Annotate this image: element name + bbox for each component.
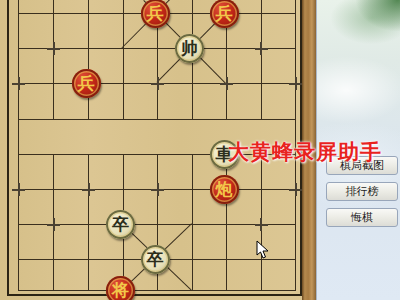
point-marker xyxy=(12,77,25,90)
piece-red-cannon[interactable]: 炮 xyxy=(210,175,239,204)
mouse-cursor-icon xyxy=(256,240,269,263)
piece-black-soldier[interactable]: 卒 xyxy=(106,210,135,239)
grid-line xyxy=(7,294,301,296)
grid-line xyxy=(18,154,19,291)
grid-line xyxy=(18,119,296,120)
grid-line xyxy=(88,154,89,291)
piece-red-soldier[interactable]: 兵 xyxy=(141,0,170,28)
grid-line xyxy=(295,154,296,291)
point-marker xyxy=(151,77,164,90)
point-marker xyxy=(47,42,60,55)
grid-line xyxy=(18,0,19,119)
grid-line xyxy=(123,0,124,119)
ranking-button[interactable]: 排行榜 xyxy=(326,182,398,201)
grid-line xyxy=(7,0,9,296)
point-marker xyxy=(12,183,25,196)
grid-line xyxy=(18,118,19,155)
piece-red-soldier[interactable]: 兵 xyxy=(210,0,239,28)
grid-line xyxy=(53,0,54,119)
undo-move-button[interactable]: 悔棋 xyxy=(326,208,398,227)
point-marker xyxy=(255,218,268,231)
point-marker xyxy=(220,77,233,90)
point-marker xyxy=(255,42,268,55)
grid-line xyxy=(261,0,262,119)
screen-recorder-watermark: 大黄蜂录屏助手 xyxy=(228,138,400,166)
point-marker xyxy=(289,183,302,196)
screenshot-root: 兵兵帅兵車炮卒卒将 棋局截图 排行榜 悔棋 大黄蜂录屏助手 xyxy=(0,0,400,300)
point-marker xyxy=(82,183,95,196)
point-marker xyxy=(47,218,60,231)
grid-line xyxy=(295,0,296,119)
piece-black-general[interactable]: 帅 xyxy=(175,34,204,63)
piece-black-soldier[interactable]: 卒 xyxy=(141,245,170,274)
grid-line xyxy=(18,290,296,291)
grid-line xyxy=(88,0,89,119)
point-marker xyxy=(151,183,164,196)
grid-line xyxy=(192,154,193,291)
piece-red-soldier[interactable]: 兵 xyxy=(72,69,101,98)
point-marker xyxy=(289,77,302,90)
piece-red-general[interactable]: 将 xyxy=(106,276,135,300)
